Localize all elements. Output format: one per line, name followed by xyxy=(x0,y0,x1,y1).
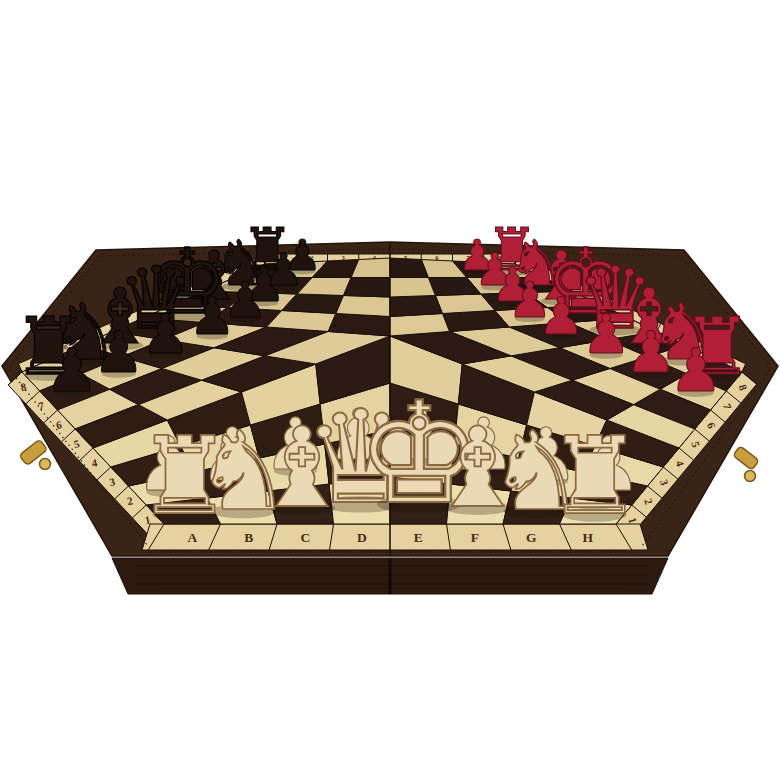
product-photo: 123456781234567812345678ABCDEFGHABCDEFGH… xyxy=(0,0,780,780)
black-pawn[interactable]: ♟ xyxy=(45,335,99,405)
board-cell[interactable] xyxy=(390,278,435,298)
file-label-bottom: C xyxy=(300,530,310,545)
black-pawn[interactable]: ♟ xyxy=(93,319,144,386)
three-player-chess-board[interactable]: 123456781234567812345678ABCDEFGHABCDEFGH… xyxy=(0,0,780,780)
white-rook[interactable]: ♜ xyxy=(547,414,643,538)
board-cell[interactable] xyxy=(336,296,390,317)
board-cell[interactable] xyxy=(390,296,442,317)
red-pawn[interactable]: ♟ xyxy=(669,335,723,405)
black-pawn[interactable]: ♟ xyxy=(189,286,236,346)
board-cell[interactable] xyxy=(328,314,390,337)
board-cell[interactable] xyxy=(344,278,391,298)
clasp-right-icon xyxy=(733,446,759,482)
white-rook[interactable]: ♜ xyxy=(137,414,233,538)
black-pawn[interactable]: ♟ xyxy=(141,302,190,366)
board-cell[interactable] xyxy=(390,314,450,337)
clasp-left-icon xyxy=(19,439,50,469)
red-pawn[interactable]: ♟ xyxy=(538,286,585,346)
red-pawn[interactable]: ♟ xyxy=(582,302,631,366)
